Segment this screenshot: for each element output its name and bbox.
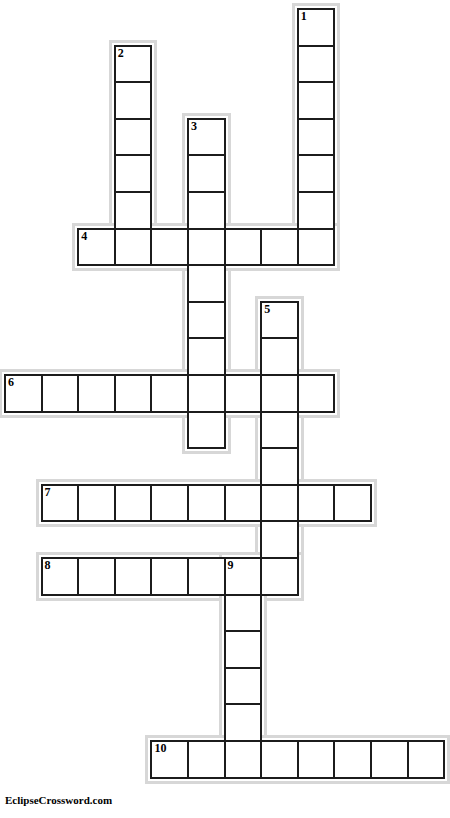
cell-r14-c7[interactable]	[260, 520, 299, 559]
cell-r20-c8[interactable]	[297, 740, 336, 779]
clue-number-6: 6	[8, 376, 14, 390]
cell-r3-c5[interactable]: 3	[187, 118, 226, 157]
crossword-grid: 12345678910	[0, 0, 450, 818]
cell-r7-c5[interactable]	[187, 264, 226, 303]
clue-number-7: 7	[45, 486, 51, 500]
cell-r20-c7[interactable]	[260, 740, 299, 779]
cell-r4-c5[interactable]	[187, 154, 226, 193]
cell-r13-c9[interactable]	[333, 484, 372, 523]
clue-number-9: 9	[228, 559, 234, 573]
cell-r2-c3[interactable]	[114, 81, 153, 120]
cell-r15-c7[interactable]	[260, 557, 299, 596]
cell-r13-c3[interactable]	[114, 484, 153, 523]
clue-number-8: 8	[45, 559, 51, 573]
cell-r20-c9[interactable]	[333, 740, 372, 779]
cell-r5-c8[interactable]	[297, 191, 336, 230]
clue-number-4: 4	[81, 230, 87, 244]
cell-r17-c6[interactable]	[224, 630, 263, 669]
cell-r11-c7[interactable]	[260, 411, 299, 450]
cell-r13-c7[interactable]	[260, 484, 299, 523]
cell-r12-c7[interactable]	[260, 447, 299, 486]
cell-r8-c7[interactable]: 5	[260, 301, 299, 340]
cell-r0-c8[interactable]: 1	[297, 8, 336, 47]
cell-r4-c8[interactable]	[297, 154, 336, 193]
cell-r15-c5[interactable]	[187, 557, 226, 596]
clue-number-2: 2	[118, 47, 124, 61]
cell-r13-c4[interactable]	[150, 484, 189, 523]
cell-r13-c8[interactable]	[297, 484, 336, 523]
clue-number-10: 10	[154, 742, 166, 756]
cell-r1-c3[interactable]: 2	[114, 45, 153, 84]
cell-r20-c6[interactable]	[224, 740, 263, 779]
cell-r20-c5[interactable]	[187, 740, 226, 779]
cell-r10-c6[interactable]	[224, 374, 263, 413]
cell-r6-c4[interactable]	[150, 228, 189, 267]
cell-r11-c5[interactable]	[187, 411, 226, 450]
cell-r15-c2[interactable]	[77, 557, 116, 596]
cell-r3-c3[interactable]	[114, 118, 153, 157]
cell-r8-c5[interactable]	[187, 301, 226, 340]
cell-r18-c6[interactable]	[224, 667, 263, 706]
cell-r13-c6[interactable]	[224, 484, 263, 523]
crossword-page: 12345678910 EclipseCrossword.com	[0, 0, 450, 818]
cell-r6-c8[interactable]	[297, 228, 336, 267]
cell-r10-c4[interactable]	[150, 374, 189, 413]
cell-r15-c4[interactable]	[150, 557, 189, 596]
cell-r6-c5[interactable]	[187, 228, 226, 267]
cell-r19-c6[interactable]	[224, 703, 263, 742]
cell-r15-c3[interactable]	[114, 557, 153, 596]
cell-r9-c7[interactable]	[260, 337, 299, 376]
cell-r6-c2[interactable]: 4	[77, 228, 116, 267]
cell-r4-c3[interactable]	[114, 154, 153, 193]
cell-r9-c5[interactable]	[187, 337, 226, 376]
cell-r20-c4[interactable]: 10	[150, 740, 189, 779]
cell-r20-c10[interactable]	[370, 740, 409, 779]
cell-r13-c5[interactable]	[187, 484, 226, 523]
cell-r13-c1[interactable]: 7	[41, 484, 80, 523]
cell-r10-c5[interactable]	[187, 374, 226, 413]
clue-number-3: 3	[191, 120, 197, 134]
cell-r5-c5[interactable]	[187, 191, 226, 230]
cell-r1-c8[interactable]	[297, 45, 336, 84]
cell-r10-c2[interactable]	[77, 374, 116, 413]
clue-number-1: 1	[301, 10, 307, 24]
watermark: EclipseCrossword.com	[5, 794, 112, 806]
cell-r15-c1[interactable]: 8	[41, 557, 80, 596]
clue-number-5: 5	[264, 303, 270, 317]
cell-r15-c6[interactable]: 9	[224, 557, 263, 596]
cell-r2-c8[interactable]	[297, 81, 336, 120]
cell-r16-c6[interactable]	[224, 594, 263, 633]
cell-r6-c7[interactable]	[260, 228, 299, 267]
cell-r10-c3[interactable]	[114, 374, 153, 413]
cell-r20-c11[interactable]	[407, 740, 446, 779]
cell-r10-c1[interactable]	[41, 374, 80, 413]
cell-r10-c0[interactable]: 6	[4, 374, 43, 413]
cell-r6-c6[interactable]	[224, 228, 263, 267]
cell-r10-c8[interactable]	[297, 374, 336, 413]
cell-r10-c7[interactable]	[260, 374, 299, 413]
cell-r6-c3[interactable]	[114, 228, 153, 267]
cell-r5-c3[interactable]	[114, 191, 153, 230]
cell-r3-c8[interactable]	[297, 118, 336, 157]
cell-r13-c2[interactable]	[77, 484, 116, 523]
